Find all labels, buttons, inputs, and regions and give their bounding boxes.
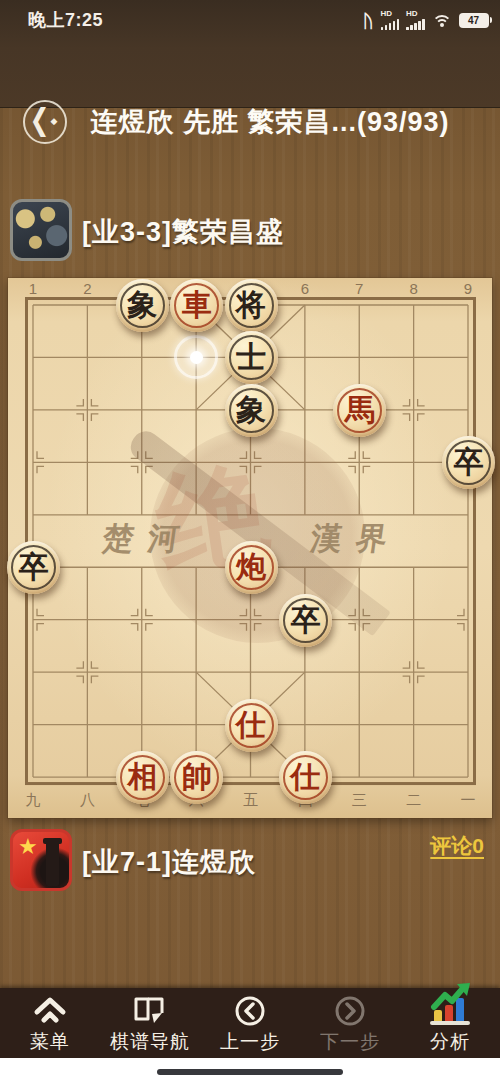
avatar-red-player[interactable]: ★ bbox=[10, 829, 72, 891]
coord-bottom-8: 八 bbox=[80, 791, 95, 810]
battery-percent: 47 bbox=[459, 13, 489, 28]
nav-prev-step[interactable]: 上一步 bbox=[200, 988, 300, 1058]
piece-red-炮: 炮 bbox=[225, 541, 278, 594]
river-label-hanjie: 漢界 bbox=[308, 518, 404, 560]
soldier-silhouette bbox=[46, 840, 59, 886]
menu-chevrons-icon bbox=[33, 995, 67, 1027]
piece-red-仕: 仕 bbox=[279, 751, 332, 804]
hd-label: HD bbox=[381, 10, 393, 18]
piece-red-仕: 仕 bbox=[225, 699, 278, 752]
comments-link[interactable]: 评论0 bbox=[430, 832, 484, 860]
piece-red-帥: 帥 bbox=[170, 751, 223, 804]
gesture-strip bbox=[0, 1058, 500, 1083]
river-label-chuhe: 楚河 bbox=[100, 518, 196, 560]
coord-top-2: 2 bbox=[83, 280, 91, 297]
signal-hd-2: HD bbox=[406, 10, 425, 30]
avatar-black-player[interactable] bbox=[10, 199, 72, 261]
piece-black-象: 象 bbox=[225, 384, 278, 437]
nav-game-record[interactable]: 棋谱导航 bbox=[100, 988, 200, 1058]
piece-black-将: 将 bbox=[225, 279, 278, 332]
app-screen: 晚上7:25 ᚢ HD HD 47 ❮◆ bbox=[0, 0, 500, 1083]
prev-step-icon bbox=[234, 995, 266, 1027]
black-player-name: [业3-3]繁荣昌盛 bbox=[82, 214, 284, 250]
coord-top-8: 8 bbox=[409, 280, 417, 297]
clock: 晚上7:25 bbox=[28, 8, 103, 32]
coord-bottom-9: 九 bbox=[26, 791, 41, 810]
back-arrow-diamond: ◆ bbox=[51, 116, 58, 126]
top-bar: 晚上7:25 ᚢ HD HD 47 ❮◆ bbox=[0, 0, 500, 108]
next-step-icon bbox=[334, 995, 366, 1027]
red-player-name: [业7-1]连煜欣 bbox=[82, 844, 256, 880]
coord-top-1: 1 bbox=[29, 280, 37, 297]
piece-black-卒: 卒 bbox=[442, 436, 495, 489]
piece-red-馬: 馬 bbox=[333, 384, 386, 437]
home-indicator[interactable] bbox=[157, 1069, 343, 1075]
piece-red-車: 車 bbox=[170, 279, 223, 332]
bottom-nav: 菜单 棋谱导航 上一步 下一步 分析 bbox=[0, 988, 500, 1058]
status-bar: 晚上7:25 ᚢ HD HD 47 bbox=[0, 0, 500, 38]
xiangqi-board[interactable]: 绝 楚河 漢界 123456789 九八七六五四三二一 象車将士象馬卒卒炮卒仕相… bbox=[8, 278, 492, 818]
analysis-chart-icon bbox=[430, 995, 470, 1027]
coord-top-6: 6 bbox=[301, 280, 309, 297]
bluetooth-icon: ᚢ bbox=[363, 10, 374, 31]
hd-label: HD bbox=[406, 10, 418, 18]
coord-bottom-2: 二 bbox=[406, 791, 421, 810]
header: ❮◆ 连煜欣 先胜 繁荣昌...(93/93) bbox=[0, 44, 500, 108]
piece-red-相: 相 bbox=[116, 751, 169, 804]
flag-star-icon: ★ bbox=[18, 834, 38, 860]
nav-analysis[interactable]: 分析 bbox=[400, 988, 500, 1058]
nav-menu[interactable]: 菜单 bbox=[0, 988, 100, 1058]
signal-bars-icon bbox=[381, 19, 400, 30]
coord-top-7: 7 bbox=[355, 280, 363, 297]
player-bar-black: [业3-3]繁荣昌盛 bbox=[0, 196, 500, 266]
battery-icon: 47 bbox=[459, 13, 493, 28]
coord-bottom-1: 一 bbox=[461, 791, 476, 810]
piece-black-士: 士 bbox=[225, 331, 278, 384]
back-arrow-icon: ❮ bbox=[29, 105, 49, 135]
player-bar-red: ★ [业7-1]连煜欣 评论0 bbox=[0, 826, 500, 896]
game-record-book-icon bbox=[132, 995, 168, 1027]
piece-black-卒: 卒 bbox=[7, 541, 60, 594]
wifi-icon bbox=[432, 12, 452, 28]
coord-bottom-5: 五 bbox=[243, 791, 258, 810]
piece-black-象: 象 bbox=[116, 279, 169, 332]
page-title: 连煜欣 先胜 繁荣昌...(93/93) bbox=[60, 104, 480, 140]
coord-bottom-3: 三 bbox=[352, 791, 367, 810]
signal-hd-1: HD bbox=[381, 10, 400, 30]
nav-next-step[interactable]: 下一步 bbox=[300, 988, 400, 1058]
signal-bars-icon bbox=[406, 19, 425, 30]
coord-top-9: 9 bbox=[464, 280, 472, 297]
piece-black-卒: 卒 bbox=[279, 594, 332, 647]
status-icons: ᚢ HD HD 47 bbox=[363, 6, 492, 34]
